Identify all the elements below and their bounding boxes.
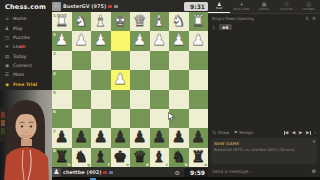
sidebar-item-connect[interactable]: ◉Connect xyxy=(0,61,52,70)
square-e1[interactable]: ♚ xyxy=(111,12,131,31)
tab-games[interactable]: ▦Games xyxy=(253,0,275,13)
move-e4[interactable]: e4 xyxy=(219,24,231,30)
white-pawn-icon[interactable]: ♟ xyxy=(74,33,88,49)
square-b4[interactable] xyxy=(169,70,189,89)
player-flag2-icon xyxy=(109,171,113,174)
panel-tabs: ♟Play✛New Game▦Games⚇Players☺Friends xyxy=(208,0,320,14)
square-h5[interactable]: 5 xyxy=(52,90,72,109)
sidebar-item-puzzles[interactable]: ◳Puzzles xyxy=(0,33,52,42)
sidebar-item-more[interactable]: ☰More xyxy=(0,70,52,79)
square-g7[interactable]: ♟ xyxy=(72,128,92,147)
video-progress-chip xyxy=(90,178,96,180)
square-g1[interactable]: ♞ xyxy=(72,12,92,31)
flip-board-icon[interactable]: ⇅ xyxy=(305,16,309,21)
square-a5[interactable] xyxy=(189,90,209,109)
white-knight-icon[interactable]: ♞ xyxy=(172,14,186,30)
square-b3[interactable] xyxy=(169,51,189,70)
black-queen-icon[interactable]: ♛ xyxy=(133,150,147,166)
rank-label: 6 xyxy=(53,109,56,114)
black-pawn-icon[interactable]: ♟ xyxy=(94,130,108,146)
square-f6[interactable] xyxy=(91,109,111,128)
sidebar-item-free-trial[interactable]: ◆ Free Trial xyxy=(0,80,52,89)
games-icon: ▦ xyxy=(262,2,267,7)
square-c8[interactable]: c♝ xyxy=(150,148,170,167)
square-a6[interactable] xyxy=(189,109,209,128)
last-move-button[interactable]: ▶ xyxy=(306,130,311,135)
move-list: 1. e4 xyxy=(208,22,320,32)
white-bishop-icon[interactable]: ♝ xyxy=(152,14,166,30)
black-pawn-icon[interactable]: ♟ xyxy=(55,130,69,146)
opening-name: King's Pawn Opening xyxy=(212,16,254,21)
square-g3[interactable] xyxy=(72,51,92,70)
square-g2[interactable]: ♟ xyxy=(72,31,92,50)
black-bishop-icon[interactable]: ♝ xyxy=(152,150,166,166)
black-pawn-icon[interactable]: ♟ xyxy=(191,130,205,146)
black-pawn-icon[interactable]: ♟ xyxy=(152,130,166,146)
video-progress-strip xyxy=(52,177,320,180)
chat-box: ▾ NEW GAME BusterGV (975) vs. chettbe (4… xyxy=(211,138,317,164)
square-d5[interactable] xyxy=(130,90,150,109)
rank-label: 5 xyxy=(53,90,56,95)
square-a2[interactable]: ♟ xyxy=(189,31,209,50)
square-a1[interactable]: ♜ xyxy=(189,12,209,31)
square-c5[interactable] xyxy=(150,90,170,109)
chat-input[interactable]: Send a message... xyxy=(212,169,252,174)
square-f2[interactable]: ♟ xyxy=(91,31,111,50)
tab-friends[interactable]: ☺Friends xyxy=(298,0,320,13)
opening-icons: ⇅⚙ xyxy=(305,16,316,21)
learn-icon: ➤ xyxy=(4,44,10,49)
chat-collapse-icon[interactable]: ▾ xyxy=(313,139,315,144)
new-game-icon: ✛ xyxy=(240,2,244,7)
square-c1[interactable]: ♝ xyxy=(150,12,170,31)
square-g6[interactable] xyxy=(72,109,92,128)
rank-label: 2 xyxy=(53,32,56,37)
square-a3[interactable] xyxy=(189,51,209,70)
square-f5[interactable] xyxy=(91,90,111,109)
white-rook-icon[interactable]: ♜ xyxy=(55,14,69,30)
square-d6[interactable] xyxy=(130,109,150,128)
opponent-avatar[interactable]: ♘ xyxy=(52,2,61,11)
white-rook-icon[interactable]: ♜ xyxy=(191,14,205,30)
chess-board[interactable]: 1♜♞♝♚♛♝♞♜2♟♟♟♟♟♟♟34♟567♟♟♟♟♟♟♟♟8h♜g♞f♝e♚… xyxy=(52,12,208,167)
friends-icon: ☺ xyxy=(306,2,311,7)
more-icon: ☰ xyxy=(4,72,10,77)
mouse-cursor xyxy=(168,106,175,125)
first-move-button[interactable]: ◀ xyxy=(284,130,289,135)
move-nav-buttons: ◀ ◀ ▶ ▶ › xyxy=(284,130,316,135)
square-f7[interactable]: ♟ xyxy=(91,128,111,147)
square-e2[interactable] xyxy=(111,31,131,50)
square-h3[interactable]: 3 xyxy=(52,51,72,70)
sidebar-nav: ⌂Home♟Play◳Puzzles➤Learn▤Today◉Connect☰M… xyxy=(0,14,52,80)
sidebar-item-learn[interactable]: ➤Learn xyxy=(0,42,52,51)
tab-players[interactable]: ⚇Players xyxy=(275,0,297,13)
square-g4[interactable] xyxy=(72,70,92,89)
white-queen-icon[interactable]: ♛ xyxy=(133,14,147,30)
prev-move-button[interactable]: ◀ xyxy=(292,130,296,135)
black-knight-icon[interactable]: ♞ xyxy=(74,150,88,166)
black-pawn-icon[interactable]: ♟ xyxy=(172,130,186,146)
rank-label: 8 xyxy=(53,148,56,153)
square-d4[interactable] xyxy=(130,70,150,89)
connect-icon: ◉ xyxy=(4,63,10,68)
square-f3[interactable] xyxy=(91,51,111,70)
webcam-video xyxy=(0,90,52,180)
bottom-player-bar: ♟ chettbe (402) ⚙ 9:59 xyxy=(52,167,208,178)
square-b8[interactable]: b♞ xyxy=(169,148,189,167)
free-trial-label: Free Trial xyxy=(13,82,37,87)
square-c2[interactable]: ♟ xyxy=(150,31,170,50)
sidebar-item-today[interactable]: ▤Today xyxy=(0,52,52,61)
square-e6[interactable] xyxy=(111,109,131,128)
chat-input-row: Send a message... ⚙ xyxy=(208,166,320,177)
top-player-bar: ♘ BusterGV (975) 9:31 xyxy=(52,1,208,12)
black-rook-icon[interactable]: ♜ xyxy=(191,150,205,166)
tab-play[interactable]: ♟Play xyxy=(208,0,230,13)
draw-button[interactable]: ½ Draw xyxy=(212,130,229,135)
square-a8[interactable]: a♜ xyxy=(189,148,209,167)
square-h7[interactable]: 7♟ xyxy=(52,128,72,147)
square-g8[interactable]: g♞ xyxy=(72,148,92,167)
live-move-button[interactable]: › xyxy=(314,130,316,135)
rank-label: 7 xyxy=(53,129,56,134)
white-pawn-icon[interactable]: ♟ xyxy=(152,33,166,49)
opponent-name[interactable]: BusterGV (975) xyxy=(63,3,106,9)
white-pawn-icon[interactable]: ♟ xyxy=(191,33,205,49)
settings-icon[interactable]: ⚙ xyxy=(312,16,316,21)
white-pawn-icon[interactable]: ♟ xyxy=(113,72,127,88)
chesscom-live-page: Chess.com ⌂Home♟Play◳Puzzles➤Learn▤Today… xyxy=(0,0,320,180)
move-list-space xyxy=(208,32,320,128)
square-e4[interactable]: ♟ xyxy=(111,70,131,89)
free-trial-icon: ◆ xyxy=(4,82,10,87)
white-knight-icon[interactable]: ♞ xyxy=(74,14,88,30)
sidebar-item-play[interactable]: ♟Play xyxy=(0,23,52,32)
opponent-flag-icon xyxy=(108,5,112,8)
resign-flag-icon: ⚑ xyxy=(234,130,238,135)
square-b2[interactable]: ♟ xyxy=(169,31,189,50)
square-d1[interactable]: ♛ xyxy=(130,12,150,31)
black-bishop-icon[interactable]: ♝ xyxy=(94,150,108,166)
square-g5[interactable] xyxy=(72,90,92,109)
square-e5[interactable] xyxy=(111,90,131,109)
player-avatar[interactable]: ♟ xyxy=(52,168,61,177)
play-icon: ♟ xyxy=(217,2,221,7)
square-h1[interactable]: 1♜ xyxy=(52,12,72,31)
opponent-clock: 9:31 xyxy=(184,2,208,11)
move-number: 1. xyxy=(212,25,216,30)
square-a7[interactable]: ♟ xyxy=(189,128,209,147)
square-c6[interactable] xyxy=(150,109,170,128)
game-panel: ♟Play✛New Game▦Games⚇Players☺Friends Kin… xyxy=(208,0,320,177)
white-pawn-icon[interactable]: ♟ xyxy=(172,33,186,49)
square-h6[interactable]: 6 xyxy=(52,109,72,128)
square-e3[interactable] xyxy=(111,51,131,70)
draw-label: Draw xyxy=(218,130,229,135)
puzzles-icon: ◳ xyxy=(4,35,10,40)
black-knight-icon[interactable]: ♞ xyxy=(172,150,186,166)
chat-new-game-header: NEW GAME xyxy=(214,141,314,146)
board-area: ♘ BusterGV (975) 9:31 1♜♞♝♚♛♝♞♜2♟♟♟♟♟♟♟3… xyxy=(52,0,208,180)
game-controls: ½ Draw ⚑ Resign ◀ ◀ ▶ ▶ › xyxy=(208,128,320,137)
square-b1[interactable]: ♞ xyxy=(169,12,189,31)
square-f4[interactable] xyxy=(91,70,111,89)
white-pawn-icon[interactable]: ♟ xyxy=(94,33,108,49)
board-settings-icon[interactable]: ⚙ xyxy=(175,169,180,176)
sidebar-item-home[interactable]: ⌂Home xyxy=(0,14,52,23)
draw-icon: ½ xyxy=(212,130,216,135)
square-h2[interactable]: 2♟ xyxy=(52,31,72,50)
chesscom-logo[interactable]: Chess.com xyxy=(0,0,52,14)
square-f8[interactable]: f♝ xyxy=(91,148,111,167)
tab-new-game[interactable]: ✛New Game xyxy=(230,0,252,13)
home-icon: ⌂ xyxy=(4,16,10,21)
rank-label: 1 xyxy=(53,13,56,18)
white-pawn-icon[interactable]: ♟ xyxy=(133,33,147,49)
square-f1[interactable]: ♝ xyxy=(91,12,111,31)
play-icon: ♟ xyxy=(4,26,10,31)
black-rook-icon[interactable]: ♜ xyxy=(55,150,69,166)
square-d7[interactable]: ♟ xyxy=(130,128,150,147)
opening-row: King's Pawn Opening ⇅⚙ xyxy=(208,14,320,22)
square-e7[interactable]: ♟ xyxy=(111,128,131,147)
square-d8[interactable]: d♛ xyxy=(130,148,150,167)
player-flag-icon xyxy=(103,171,107,174)
white-bishop-icon[interactable]: ♝ xyxy=(94,14,108,30)
black-pawn-icon[interactable]: ♟ xyxy=(113,130,127,146)
next-move-button[interactable]: ▶ xyxy=(299,130,303,135)
white-pawn-icon[interactable]: ♟ xyxy=(55,33,69,49)
rank-label: 3 xyxy=(53,51,56,56)
webcam-overlay xyxy=(0,90,52,180)
square-h8[interactable]: 8h♜ xyxy=(52,148,72,167)
square-e8[interactable]: e♚ xyxy=(111,148,131,167)
square-d3[interactable] xyxy=(130,51,150,70)
square-c3[interactable] xyxy=(150,51,170,70)
opponent-flag2-icon xyxy=(114,5,118,8)
today-icon: ▤ xyxy=(4,54,10,59)
white-king-icon[interactable]: ♚ xyxy=(113,14,127,30)
chat-settings-icon[interactable]: ⚙ xyxy=(312,168,316,174)
player-name[interactable]: chettbe (402) xyxy=(63,169,101,175)
black-king-icon[interactable]: ♚ xyxy=(113,150,127,166)
player-clock: 9:59 xyxy=(184,168,208,177)
rank-label: 4 xyxy=(53,71,56,76)
resign-label: Resign xyxy=(239,130,253,135)
resign-button[interactable]: ⚑ Resign xyxy=(234,130,254,135)
black-pawn-icon[interactable]: ♟ xyxy=(133,130,147,146)
square-c4[interactable] xyxy=(150,70,170,89)
square-a4[interactable] xyxy=(189,70,209,89)
square-b7[interactable]: ♟ xyxy=(169,128,189,147)
black-pawn-icon[interactable]: ♟ xyxy=(74,130,88,146)
square-h4[interactable]: 4 xyxy=(52,70,72,89)
square-c7[interactable]: ♟ xyxy=(150,128,170,147)
chat-message: BusterGV (975) vs. chettbe (402) (10 min… xyxy=(214,147,306,153)
players-icon: ⚇ xyxy=(284,2,288,7)
square-d2[interactable]: ♟ xyxy=(130,31,150,50)
